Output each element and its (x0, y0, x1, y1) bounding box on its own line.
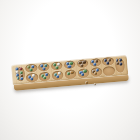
pit-top-7[interactable] (102, 57, 114, 66)
pit-bottom-4[interactable] (64, 70, 76, 79)
pit-bottom-7[interactable] (103, 66, 115, 75)
stone-green (29, 68, 32, 71)
pit-bottom-3[interactable] (52, 71, 64, 80)
loose-stone-amber[interactable] (85, 81, 88, 84)
stone-blue (68, 65, 71, 68)
stone-darkbrown (82, 60, 85, 63)
stone-green (43, 76, 46, 79)
stone-navy (120, 62, 123, 65)
stone-green (66, 72, 69, 75)
stone-blue (81, 73, 84, 76)
stone-blue (30, 77, 33, 80)
stone-brown (80, 63, 83, 66)
stone-blue (42, 67, 45, 70)
pit-bottom-1[interactable] (26, 73, 38, 82)
pit-top-5[interactable] (76, 59, 88, 68)
pit-top-6[interactable] (89, 58, 101, 67)
left-store-pit[interactable] (15, 66, 25, 81)
pit-bottom-5[interactable] (77, 69, 89, 78)
pit-top-1[interactable] (25, 64, 37, 73)
stone-blue (93, 62, 96, 65)
stone-amber (94, 72, 97, 75)
right-store-pit[interactable] (115, 58, 125, 73)
pit-top-4[interactable] (64, 61, 76, 70)
stone-amber (70, 71, 73, 74)
stone-green (55, 66, 58, 69)
stone-navy (106, 61, 109, 64)
stone-blue (56, 75, 59, 78)
stone-blue (20, 77, 23, 80)
pit-bottom-6[interactable] (90, 68, 102, 77)
mancala-board (11, 55, 129, 92)
photo-background (0, 0, 140, 140)
pit-top-2[interactable] (38, 63, 50, 72)
pit-bottom-2[interactable] (39, 72, 51, 81)
pit-top-3[interactable] (51, 62, 63, 71)
